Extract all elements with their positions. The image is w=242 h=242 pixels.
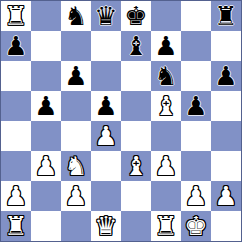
piece-black-queen[interactable]: ♛ <box>94 1 117 31</box>
square-f4[interactable] <box>151 121 181 151</box>
piece-black-knight[interactable]: ♞ <box>154 61 177 91</box>
square-b5[interactable]: ♟ <box>31 91 61 121</box>
square-d8[interactable]: ♛ <box>91 1 121 31</box>
square-a4[interactable] <box>1 121 31 151</box>
square-a2[interactable]: ♟ <box>1 181 31 211</box>
piece-black-pawn[interactable]: ♟ <box>154 31 177 61</box>
piece-white-pawn[interactable]: ♟ <box>4 181 27 211</box>
square-a7[interactable]: ♟ <box>1 31 31 61</box>
square-b1[interactable] <box>31 211 61 241</box>
piece-black-pawn[interactable]: ♟ <box>184 91 207 121</box>
square-h8[interactable]: ♜ <box>211 1 241 31</box>
square-a5[interactable] <box>1 91 31 121</box>
square-f7[interactable]: ♟ <box>151 31 181 61</box>
square-b3[interactable]: ♟ <box>31 151 61 181</box>
square-c8[interactable]: ♞ <box>61 1 91 31</box>
square-g5[interactable]: ♟ <box>181 91 211 121</box>
square-d6[interactable] <box>91 61 121 91</box>
square-f5[interactable]: ♝ <box>151 91 181 121</box>
chess-board: ♜♞♛♚♜♟♝♟♟♞♟♟♟♝♟♟♟♞♝♟♟♟♟♟♜♛♜♚ <box>0 0 242 242</box>
piece-white-king[interactable]: ♚ <box>184 211 207 241</box>
square-h6[interactable]: ♟ <box>211 61 241 91</box>
piece-black-pawn[interactable]: ♟ <box>94 91 117 121</box>
piece-white-pawn[interactable]: ♟ <box>214 181 237 211</box>
square-f2[interactable] <box>151 181 181 211</box>
piece-black-rook[interactable]: ♜ <box>214 1 237 31</box>
square-d1[interactable]: ♛ <box>91 211 121 241</box>
square-d3[interactable] <box>91 151 121 181</box>
chess-board-wrapper: ♜♞♛♚♜♟♝♟♟♞♟♟♟♝♟♟♟♞♝♟♟♟♟♟♜♛♜♚ <box>0 0 242 242</box>
square-h1[interactable] <box>211 211 241 241</box>
square-b6[interactable] <box>31 61 61 91</box>
square-e6[interactable] <box>121 61 151 91</box>
piece-white-knight[interactable]: ♞ <box>64 151 87 181</box>
square-f8[interactable] <box>151 1 181 31</box>
square-b2[interactable] <box>31 181 61 211</box>
square-a6[interactable] <box>1 61 31 91</box>
piece-white-rook[interactable]: ♜ <box>154 211 177 241</box>
piece-white-queen[interactable]: ♛ <box>94 211 117 241</box>
piece-black-pawn[interactable]: ♟ <box>34 91 57 121</box>
square-h2[interactable]: ♟ <box>211 181 241 211</box>
square-c2[interactable]: ♟ <box>61 181 91 211</box>
square-h4[interactable] <box>211 121 241 151</box>
piece-white-pawn[interactable]: ♟ <box>94 121 117 151</box>
square-e8[interactable]: ♚ <box>121 1 151 31</box>
square-d7[interactable] <box>91 31 121 61</box>
square-b8[interactable] <box>31 1 61 31</box>
piece-black-pawn[interactable]: ♟ <box>64 61 87 91</box>
square-c1[interactable] <box>61 211 91 241</box>
square-g8[interactable] <box>181 1 211 31</box>
square-d4[interactable]: ♟ <box>91 121 121 151</box>
square-a3[interactable] <box>1 151 31 181</box>
square-c4[interactable] <box>61 121 91 151</box>
square-f3[interactable]: ♟ <box>151 151 181 181</box>
square-b4[interactable] <box>31 121 61 151</box>
square-e5[interactable] <box>121 91 151 121</box>
piece-white-pawn[interactable]: ♟ <box>154 151 177 181</box>
square-g1[interactable]: ♚ <box>181 211 211 241</box>
piece-black-pawn[interactable]: ♟ <box>214 61 237 91</box>
square-c7[interactable] <box>61 31 91 61</box>
piece-black-king[interactable]: ♚ <box>124 1 147 31</box>
square-g7[interactable] <box>181 31 211 61</box>
square-c3[interactable]: ♞ <box>61 151 91 181</box>
square-f1[interactable]: ♜ <box>151 211 181 241</box>
piece-white-pawn[interactable]: ♟ <box>64 181 87 211</box>
square-h5[interactable] <box>211 91 241 121</box>
square-g6[interactable] <box>181 61 211 91</box>
square-h3[interactable] <box>211 151 241 181</box>
piece-white-rook[interactable]: ♜ <box>4 1 27 31</box>
piece-white-pawn[interactable]: ♟ <box>34 151 57 181</box>
square-d2[interactable] <box>91 181 121 211</box>
square-h7[interactable] <box>211 31 241 61</box>
square-c5[interactable] <box>61 91 91 121</box>
square-a1[interactable]: ♜ <box>1 211 31 241</box>
square-e1[interactable] <box>121 211 151 241</box>
square-e7[interactable]: ♝ <box>121 31 151 61</box>
square-d5[interactable]: ♟ <box>91 91 121 121</box>
piece-white-rook[interactable]: ♜ <box>4 211 27 241</box>
square-e4[interactable] <box>121 121 151 151</box>
piece-black-knight[interactable]: ♞ <box>64 1 87 31</box>
piece-white-bishop[interactable]: ♝ <box>154 91 177 121</box>
square-f6[interactable]: ♞ <box>151 61 181 91</box>
piece-black-bishop[interactable]: ♝ <box>124 31 147 61</box>
square-e3[interactable]: ♝ <box>121 151 151 181</box>
square-g3[interactable] <box>181 151 211 181</box>
piece-black-pawn[interactable]: ♟ <box>4 31 27 61</box>
square-g2[interactable]: ♟ <box>181 181 211 211</box>
square-g4[interactable] <box>181 121 211 151</box>
piece-white-bishop[interactable]: ♝ <box>124 151 147 181</box>
square-e2[interactable] <box>121 181 151 211</box>
square-b7[interactable] <box>31 31 61 61</box>
square-c6[interactable]: ♟ <box>61 61 91 91</box>
piece-white-pawn[interactable]: ♟ <box>184 181 207 211</box>
square-a8[interactable]: ♜ <box>1 1 31 31</box>
